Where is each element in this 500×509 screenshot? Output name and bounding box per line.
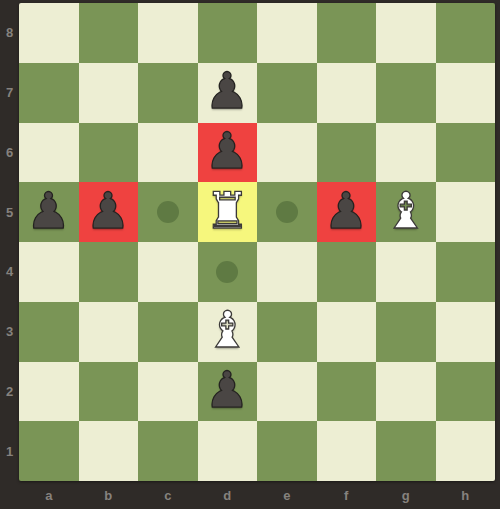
black-pawn[interactable]: ♟ [26,186,71,239]
square-g8[interactable] [376,3,436,63]
square-c1[interactable] [138,421,198,481]
square-a3[interactable] [19,302,79,362]
square-g5[interactable]: ♝ [376,182,436,242]
board-frame: 87654321 ♟♟♟♟♜♟♝♝♟ abcdefgh [0,0,500,509]
square-b1[interactable] [79,421,139,481]
square-e7[interactable] [257,63,317,123]
square-c4[interactable] [138,242,198,302]
square-d1[interactable] [198,421,258,481]
file-label-b: b [79,481,139,509]
chess-board[interactable]: ♟♟♟♟♜♟♝♝♟ [19,3,495,481]
square-c7[interactable] [138,63,198,123]
square-a6[interactable] [19,123,79,183]
rank-label-8: 8 [0,3,19,63]
file-labels: abcdefgh [19,481,495,509]
rank-label-1: 1 [0,421,19,481]
square-e5[interactable] [257,182,317,242]
white-bishop[interactable]: ♝ [205,305,250,358]
black-pawn[interactable]: ♟ [205,126,250,179]
square-h3[interactable] [436,302,496,362]
square-c6[interactable] [138,123,198,183]
move-hint-dot[interactable] [157,201,179,223]
square-d7[interactable]: ♟ [198,63,258,123]
white-bishop[interactable]: ♝ [383,186,428,239]
square-e3[interactable] [257,302,317,362]
file-label-e: e [257,481,317,509]
white-rook[interactable]: ♜ [205,186,250,239]
file-label-f: f [317,481,377,509]
black-pawn[interactable]: ♟ [86,186,131,239]
rank-label-3: 3 [0,302,19,362]
move-hint-dot[interactable] [216,261,238,283]
square-b3[interactable] [79,302,139,362]
file-label-d: d [198,481,258,509]
square-a8[interactable] [19,3,79,63]
square-b5[interactable]: ♟ [79,182,139,242]
square-g6[interactable] [376,123,436,183]
square-f7[interactable] [317,63,377,123]
square-f8[interactable] [317,3,377,63]
square-f1[interactable] [317,421,377,481]
square-c5[interactable] [138,182,198,242]
file-label-h: h [436,481,496,509]
square-e6[interactable] [257,123,317,183]
square-g1[interactable] [376,421,436,481]
square-g3[interactable] [376,302,436,362]
square-a5[interactable]: ♟ [19,182,79,242]
square-f2[interactable] [317,362,377,422]
square-b8[interactable] [79,3,139,63]
square-d8[interactable] [198,3,258,63]
rank-label-5: 5 [0,182,19,242]
square-b7[interactable] [79,63,139,123]
square-d6[interactable]: ♟ [198,123,258,183]
square-a7[interactable] [19,63,79,123]
square-b6[interactable] [79,123,139,183]
file-label-a: a [19,481,79,509]
square-d2[interactable]: ♟ [198,362,258,422]
rank-labels: 87654321 [0,3,19,481]
square-c2[interactable] [138,362,198,422]
square-g4[interactable] [376,242,436,302]
rank-label-4: 4 [0,242,19,302]
square-d4[interactable] [198,242,258,302]
file-label-g: g [376,481,436,509]
square-d5[interactable]: ♜ [198,182,258,242]
square-h5[interactable] [436,182,496,242]
square-e2[interactable] [257,362,317,422]
square-a2[interactable] [19,362,79,422]
square-f4[interactable] [317,242,377,302]
square-e1[interactable] [257,421,317,481]
square-h2[interactable] [436,362,496,422]
square-h8[interactable] [436,3,496,63]
black-pawn[interactable]: ♟ [324,186,369,239]
square-b2[interactable] [79,362,139,422]
square-h6[interactable] [436,123,496,183]
file-label-c: c [138,481,198,509]
square-c3[interactable] [138,302,198,362]
square-g2[interactable] [376,362,436,422]
square-a1[interactable] [19,421,79,481]
rank-label-7: 7 [0,63,19,123]
square-h4[interactable] [436,242,496,302]
square-f3[interactable] [317,302,377,362]
square-e4[interactable] [257,242,317,302]
square-f6[interactable] [317,123,377,183]
square-d3[interactable]: ♝ [198,302,258,362]
move-hint-dot[interactable] [276,201,298,223]
rank-label-2: 2 [0,362,19,422]
black-pawn[interactable]: ♟ [205,66,250,119]
rank-label-6: 6 [0,123,19,183]
square-a4[interactable] [19,242,79,302]
black-pawn[interactable]: ♟ [205,365,250,418]
square-h7[interactable] [436,63,496,123]
square-c8[interactable] [138,3,198,63]
square-b4[interactable] [79,242,139,302]
square-g7[interactable] [376,63,436,123]
square-e8[interactable] [257,3,317,63]
square-f5[interactable]: ♟ [317,182,377,242]
square-h1[interactable] [436,421,496,481]
